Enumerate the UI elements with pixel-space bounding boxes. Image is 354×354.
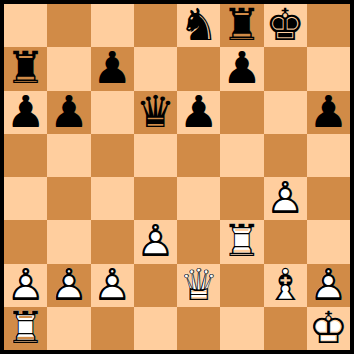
square-h1[interactable]: ♚♔: [307, 307, 350, 350]
square-g4[interactable]: ♟♙: [264, 177, 307, 220]
black-rook-f8[interactable]: ♜: [220, 4, 263, 47]
square-f6[interactable]: [220, 91, 263, 134]
white-piece-outline: ♙: [134, 220, 177, 263]
square-e3[interactable]: [177, 220, 220, 263]
square-g7[interactable]: [264, 47, 307, 90]
white-pawn-g4[interactable]: ♟♙: [264, 177, 307, 220]
black-piece-glyph: ♜: [4, 47, 47, 90]
square-b7[interactable]: [47, 47, 90, 90]
black-piece-glyph: ♜: [220, 4, 263, 47]
square-d4[interactable]: [134, 177, 177, 220]
white-piece-outline: ♕: [177, 264, 220, 307]
white-pawn-d3[interactable]: ♟♙: [134, 220, 177, 263]
square-d7[interactable]: [134, 47, 177, 90]
square-g1[interactable]: [264, 307, 307, 350]
square-h6[interactable]: ♟: [307, 91, 350, 134]
black-pawn-h6[interactable]: ♟: [307, 91, 350, 134]
black-piece-glyph: ♟: [307, 91, 350, 134]
square-g2[interactable]: ♝♗: [264, 264, 307, 307]
square-h7[interactable]: [307, 47, 350, 90]
white-piece-outline: ♙: [91, 264, 134, 307]
black-king-g8[interactable]: ♚: [264, 4, 307, 47]
white-pawn-a2[interactable]: ♟♙: [4, 264, 47, 307]
white-piece-outline: ♙: [4, 264, 47, 307]
square-h2[interactable]: ♟♙: [307, 264, 350, 307]
square-d1[interactable]: [134, 307, 177, 350]
square-d8[interactable]: [134, 4, 177, 47]
black-queen-d6[interactable]: ♛: [134, 91, 177, 134]
square-h4[interactable]: [307, 177, 350, 220]
white-pawn-h2[interactable]: ♟♙: [307, 264, 350, 307]
white-pawn-b2[interactable]: ♟♙: [47, 264, 90, 307]
white-piece-outline: ♔: [307, 307, 350, 350]
white-queen-e2[interactable]: ♛♕: [177, 264, 220, 307]
white-piece-outline: ♖: [220, 220, 263, 263]
square-c2[interactable]: ♟♙: [91, 264, 134, 307]
square-d3[interactable]: ♟♙: [134, 220, 177, 263]
square-d6[interactable]: ♛: [134, 91, 177, 134]
white-piece-outline: ♙: [47, 264, 90, 307]
square-e8[interactable]: ♞: [177, 4, 220, 47]
black-piece-glyph: ♟: [220, 47, 263, 90]
square-e5[interactable]: [177, 134, 220, 177]
white-bishop-g2[interactable]: ♝♗: [264, 264, 307, 307]
square-f1[interactable]: [220, 307, 263, 350]
square-b2[interactable]: ♟♙: [47, 264, 90, 307]
black-piece-glyph: ♞: [177, 4, 220, 47]
white-pawn-c2[interactable]: ♟♙: [91, 264, 134, 307]
black-piece-glyph: ♛: [134, 91, 177, 134]
square-a4[interactable]: [4, 177, 47, 220]
square-e7[interactable]: [177, 47, 220, 90]
square-b4[interactable]: [47, 177, 90, 220]
square-a2[interactable]: ♟♙: [4, 264, 47, 307]
square-g3[interactable]: [264, 220, 307, 263]
square-c3[interactable]: [91, 220, 134, 263]
square-f8[interactable]: ♜: [220, 4, 263, 47]
black-pawn-a6[interactable]: ♟: [4, 91, 47, 134]
black-pawn-b6[interactable]: ♟: [47, 91, 90, 134]
square-a3[interactable]: [4, 220, 47, 263]
white-rook-f3[interactable]: ♜♖: [220, 220, 263, 263]
square-c7[interactable]: ♟: [91, 47, 134, 90]
square-h8[interactable]: [307, 4, 350, 47]
black-piece-glyph: ♟: [91, 47, 134, 90]
black-piece-glyph: ♚: [264, 4, 307, 47]
square-a1[interactable]: ♜♖: [4, 307, 47, 350]
square-a6[interactable]: ♟: [4, 91, 47, 134]
square-b3[interactable]: [47, 220, 90, 263]
square-h5[interactable]: [307, 134, 350, 177]
square-e6[interactable]: ♟: [177, 91, 220, 134]
white-piece-outline: ♙: [264, 177, 307, 220]
square-f4[interactable]: [220, 177, 263, 220]
square-a7[interactable]: ♜: [4, 47, 47, 90]
square-b8[interactable]: [47, 4, 90, 47]
black-pawn-e6[interactable]: ♟: [177, 91, 220, 134]
square-c4[interactable]: [91, 177, 134, 220]
square-f7[interactable]: ♟: [220, 47, 263, 90]
black-knight-e8[interactable]: ♞: [177, 4, 220, 47]
square-b5[interactable]: [47, 134, 90, 177]
square-g5[interactable]: [264, 134, 307, 177]
square-b1[interactable]: [47, 307, 90, 350]
black-piece-glyph: ♟: [177, 91, 220, 134]
square-e2[interactable]: ♛♕: [177, 264, 220, 307]
square-f2[interactable]: [220, 264, 263, 307]
square-c8[interactable]: [91, 4, 134, 47]
square-c5[interactable]: [91, 134, 134, 177]
square-e1[interactable]: [177, 307, 220, 350]
white-piece-outline: ♙: [307, 264, 350, 307]
black-piece-glyph: ♟: [47, 91, 90, 134]
square-h3[interactable]: [307, 220, 350, 263]
square-g6[interactable]: [264, 91, 307, 134]
square-b6[interactable]: ♟: [47, 91, 90, 134]
square-a5[interactable]: [4, 134, 47, 177]
white-piece-outline: ♗: [264, 264, 307, 307]
square-d2[interactable]: [134, 264, 177, 307]
square-g8[interactable]: ♚: [264, 4, 307, 47]
white-king-h1[interactable]: ♚♔: [307, 307, 350, 350]
square-a8[interactable]: [4, 4, 47, 47]
black-rook-a7[interactable]: ♜: [4, 47, 47, 90]
square-c1[interactable]: [91, 307, 134, 350]
white-rook-a1[interactable]: ♜♖: [4, 307, 47, 350]
white-piece-outline: ♖: [4, 307, 47, 350]
black-pawn-f7[interactable]: ♟: [220, 47, 263, 90]
black-pawn-c7[interactable]: ♟: [91, 47, 134, 90]
square-f3[interactable]: ♜♖: [220, 220, 263, 263]
square-f5[interactable]: [220, 134, 263, 177]
black-piece-glyph: ♟: [4, 91, 47, 134]
square-d5[interactable]: [134, 134, 177, 177]
chess-board: ♞♜♚♜♟♟♟♟♛♟♟♟♙♟♙♜♖♟♙♟♙♟♙♛♕♝♗♟♙♜♖♚♔: [0, 0, 354, 354]
square-e4[interactable]: [177, 177, 220, 220]
square-c6[interactable]: [91, 91, 134, 134]
